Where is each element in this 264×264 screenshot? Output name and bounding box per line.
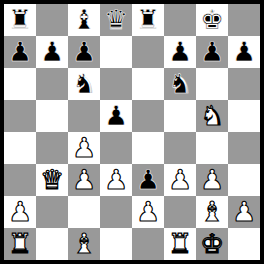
square-d4[interactable] [100, 132, 132, 164]
white-knight: ♞ [200, 100, 224, 132]
square-d7[interactable] [100, 36, 132, 68]
square-h2[interactable]: ♟ [228, 196, 260, 228]
black-pawn: ♟ [104, 100, 128, 132]
square-f8[interactable] [164, 4, 196, 36]
square-c4[interactable]: ♟ [68, 132, 100, 164]
square-e2[interactable]: ♟ [132, 196, 164, 228]
square-c1[interactable]: ♝ [68, 228, 100, 260]
black-rook: ♜ [8, 4, 32, 36]
square-g3[interactable]: ♟ [196, 164, 228, 196]
square-g1[interactable]: ♚ [196, 228, 228, 260]
square-d5[interactable]: ♟ [100, 100, 132, 132]
chess-board-frame: ♜♝♛♜♚♟♟♟♟♟♟♞♞♟♞♟♛♟♟♟♟♟♟♟♝♟♜♝♜♚ [0, 0, 264, 264]
white-pawn: ♟ [8, 196, 32, 228]
square-c7[interactable]: ♟ [68, 36, 100, 68]
square-b8[interactable] [36, 4, 68, 36]
square-f2[interactable] [164, 196, 196, 228]
square-e5[interactable] [132, 100, 164, 132]
square-a3[interactable] [4, 164, 36, 196]
white-rook: ♜ [168, 228, 192, 260]
square-c8[interactable]: ♝ [68, 4, 100, 36]
black-pawn: ♟ [72, 36, 96, 68]
square-g8[interactable]: ♚ [196, 4, 228, 36]
white-pawn: ♟ [232, 196, 256, 228]
white-pawn: ♟ [168, 164, 192, 196]
square-a8[interactable]: ♜ [4, 4, 36, 36]
square-b1[interactable] [36, 228, 68, 260]
black-pawn: ♟ [136, 164, 160, 196]
square-b2[interactable] [36, 196, 68, 228]
square-f6[interactable]: ♞ [164, 68, 196, 100]
white-pawn: ♟ [200, 164, 224, 196]
black-bishop: ♝ [72, 4, 96, 36]
square-e1[interactable] [132, 228, 164, 260]
black-knight: ♞ [168, 68, 192, 100]
square-d3[interactable]: ♟ [100, 164, 132, 196]
square-e3[interactable]: ♟ [132, 164, 164, 196]
black-pawn: ♟ [8, 36, 32, 68]
square-d1[interactable] [100, 228, 132, 260]
square-b6[interactable] [36, 68, 68, 100]
square-a1[interactable]: ♜ [4, 228, 36, 260]
square-b4[interactable] [36, 132, 68, 164]
square-h1[interactable] [228, 228, 260, 260]
white-bishop: ♝ [72, 228, 96, 260]
square-h3[interactable] [228, 164, 260, 196]
chess-board: ♜♝♛♜♚♟♟♟♟♟♟♞♞♟♞♟♛♟♟♟♟♟♟♟♝♟♜♝♜♚ [4, 4, 260, 260]
square-h8[interactable] [228, 4, 260, 36]
square-c2[interactable] [68, 196, 100, 228]
square-a7[interactable]: ♟ [4, 36, 36, 68]
black-pawn: ♟ [168, 36, 192, 68]
square-h7[interactable]: ♟ [228, 36, 260, 68]
square-a2[interactable]: ♟ [4, 196, 36, 228]
square-f1[interactable]: ♜ [164, 228, 196, 260]
black-pawn: ♟ [40, 36, 64, 68]
square-b7[interactable]: ♟ [36, 36, 68, 68]
square-h5[interactable] [228, 100, 260, 132]
square-d2[interactable] [100, 196, 132, 228]
square-c5[interactable] [68, 100, 100, 132]
white-pawn: ♟ [104, 164, 128, 196]
black-rook: ♜ [136, 4, 160, 36]
black-queen: ♛ [104, 4, 128, 36]
white-queen: ♛ [40, 164, 64, 196]
square-c6[interactable]: ♞ [68, 68, 100, 100]
square-g4[interactable] [196, 132, 228, 164]
black-knight: ♞ [72, 68, 96, 100]
square-b3[interactable]: ♛ [36, 164, 68, 196]
square-e7[interactable] [132, 36, 164, 68]
white-bishop: ♝ [200, 196, 224, 228]
square-d8[interactable]: ♛ [100, 4, 132, 36]
white-rook: ♜ [8, 228, 32, 260]
black-pawn: ♟ [200, 36, 224, 68]
black-pawn: ♟ [232, 36, 256, 68]
square-a6[interactable] [4, 68, 36, 100]
square-g6[interactable] [196, 68, 228, 100]
white-pawn: ♟ [72, 164, 96, 196]
white-king: ♚ [200, 228, 224, 260]
square-f3[interactable]: ♟ [164, 164, 196, 196]
square-c3[interactable]: ♟ [68, 164, 100, 196]
square-f4[interactable] [164, 132, 196, 164]
square-h6[interactable] [228, 68, 260, 100]
square-g5[interactable]: ♞ [196, 100, 228, 132]
square-e4[interactable] [132, 132, 164, 164]
white-pawn: ♟ [136, 196, 160, 228]
square-d6[interactable] [100, 68, 132, 100]
square-e6[interactable] [132, 68, 164, 100]
square-a4[interactable] [4, 132, 36, 164]
square-g2[interactable]: ♝ [196, 196, 228, 228]
square-g7[interactable]: ♟ [196, 36, 228, 68]
black-king: ♚ [200, 4, 224, 36]
square-h4[interactable] [228, 132, 260, 164]
white-pawn: ♟ [72, 132, 96, 164]
square-f5[interactable] [164, 100, 196, 132]
square-a5[interactable] [4, 100, 36, 132]
square-e8[interactable]: ♜ [132, 4, 164, 36]
square-b5[interactable] [36, 100, 68, 132]
square-f7[interactable]: ♟ [164, 36, 196, 68]
